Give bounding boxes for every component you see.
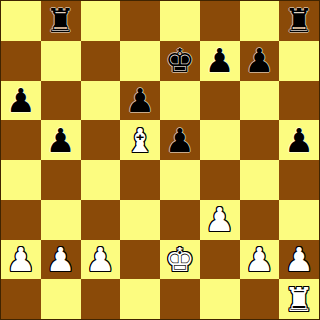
square-h5[interactable]: ♟ <box>279 120 319 160</box>
square-d3[interactable] <box>120 200 160 240</box>
square-h2[interactable]: ♟ <box>279 240 319 280</box>
square-d5[interactable]: ♝ <box>120 120 160 160</box>
square-e1[interactable] <box>160 279 200 319</box>
square-c3[interactable] <box>81 200 121 240</box>
square-c2[interactable]: ♟ <box>81 240 121 280</box>
square-b6[interactable] <box>41 81 81 121</box>
square-h4[interactable] <box>279 160 319 200</box>
square-g3[interactable] <box>240 200 280 240</box>
chess-board: ♜♜♚♟♟♟♟♟♝♟♟♟♟♟♟♚♟♟♜ <box>0 0 320 320</box>
square-g5[interactable] <box>240 120 280 160</box>
square-b3[interactable] <box>41 200 81 240</box>
white-pawn: ♟ <box>86 243 116 276</box>
square-f8[interactable] <box>200 1 240 41</box>
square-e5[interactable]: ♟ <box>160 120 200 160</box>
square-a4[interactable] <box>1 160 41 200</box>
black-pawn: ♟ <box>6 84 36 117</box>
white-pawn: ♟ <box>46 243 76 276</box>
square-f5[interactable] <box>200 120 240 160</box>
square-d7[interactable] <box>120 41 160 81</box>
square-d2[interactable] <box>120 240 160 280</box>
white-pawn: ♟ <box>6 243 36 276</box>
square-f7[interactable]: ♟ <box>200 41 240 81</box>
square-c6[interactable] <box>81 81 121 121</box>
square-g1[interactable] <box>240 279 280 319</box>
square-g6[interactable] <box>240 81 280 121</box>
square-h6[interactable] <box>279 81 319 121</box>
square-a6[interactable]: ♟ <box>1 81 41 121</box>
square-c5[interactable] <box>81 120 121 160</box>
black-king: ♚ <box>165 44 195 77</box>
white-king: ♚ <box>165 243 195 276</box>
black-pawn: ♟ <box>165 124 195 157</box>
black-pawn: ♟ <box>46 124 76 157</box>
black-rook: ♜ <box>284 4 314 37</box>
black-pawn: ♟ <box>284 124 314 157</box>
black-pawn: ♟ <box>245 44 275 77</box>
square-e3[interactable] <box>160 200 200 240</box>
square-f1[interactable] <box>200 279 240 319</box>
square-e6[interactable] <box>160 81 200 121</box>
black-pawn: ♟ <box>205 44 235 77</box>
square-e8[interactable] <box>160 1 200 41</box>
white-pawn: ♟ <box>205 203 235 236</box>
square-c7[interactable] <box>81 41 121 81</box>
square-c1[interactable] <box>81 279 121 319</box>
white-pawn: ♟ <box>284 243 314 276</box>
square-a7[interactable] <box>1 41 41 81</box>
black-pawn: ♟ <box>125 84 155 117</box>
square-c8[interactable] <box>81 1 121 41</box>
square-b7[interactable] <box>41 41 81 81</box>
square-e7[interactable]: ♚ <box>160 41 200 81</box>
square-e4[interactable] <box>160 160 200 200</box>
square-f2[interactable] <box>200 240 240 280</box>
square-d6[interactable]: ♟ <box>120 81 160 121</box>
square-f4[interactable] <box>200 160 240 200</box>
square-b4[interactable] <box>41 160 81 200</box>
square-a1[interactable] <box>1 279 41 319</box>
square-d8[interactable] <box>120 1 160 41</box>
square-g4[interactable] <box>240 160 280 200</box>
square-h3[interactable] <box>279 200 319 240</box>
square-b1[interactable] <box>41 279 81 319</box>
square-b8[interactable]: ♜ <box>41 1 81 41</box>
square-a3[interactable] <box>1 200 41 240</box>
square-h7[interactable] <box>279 41 319 81</box>
square-g2[interactable]: ♟ <box>240 240 280 280</box>
square-h8[interactable]: ♜ <box>279 1 319 41</box>
black-rook: ♜ <box>46 4 76 37</box>
square-b2[interactable]: ♟ <box>41 240 81 280</box>
square-g8[interactable] <box>240 1 280 41</box>
square-f3[interactable]: ♟ <box>200 200 240 240</box>
square-f6[interactable] <box>200 81 240 121</box>
square-d4[interactable] <box>120 160 160 200</box>
square-c4[interactable] <box>81 160 121 200</box>
square-e2[interactable]: ♚ <box>160 240 200 280</box>
white-rook: ♜ <box>284 283 314 316</box>
white-bishop: ♝ <box>125 124 155 157</box>
square-d1[interactable] <box>120 279 160 319</box>
square-b5[interactable]: ♟ <box>41 120 81 160</box>
square-g7[interactable]: ♟ <box>240 41 280 81</box>
white-pawn: ♟ <box>245 243 275 276</box>
square-a8[interactable] <box>1 1 41 41</box>
square-a5[interactable] <box>1 120 41 160</box>
square-a2[interactable]: ♟ <box>1 240 41 280</box>
square-h1[interactable]: ♜ <box>279 279 319 319</box>
